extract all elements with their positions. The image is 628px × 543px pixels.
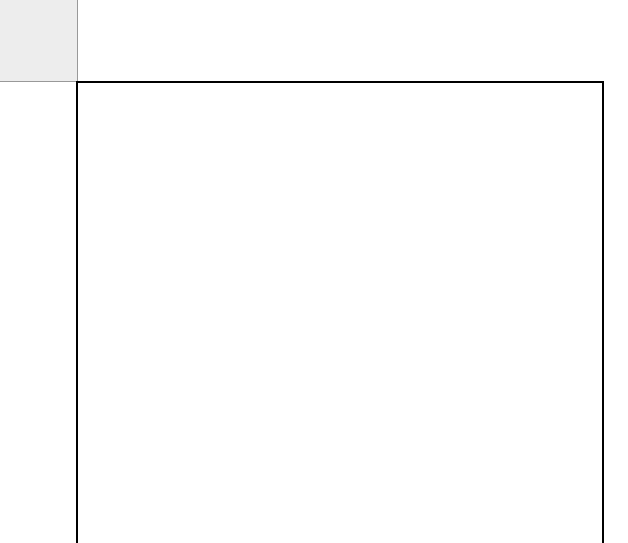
nonogram-puzzle [0, 0, 628, 543]
row-clues [0, 81, 78, 541]
puzzle-board[interactable] [76, 81, 604, 543]
column-clues [78, 0, 602, 81]
watermark-corner [0, 0, 78, 82]
